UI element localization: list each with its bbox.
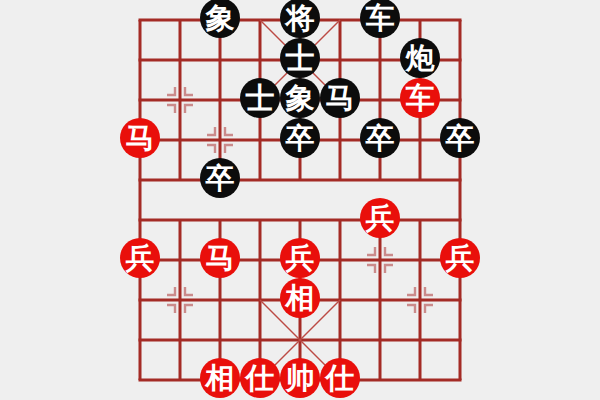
piece-black-cannon[interactable]: 炮 [400,38,440,78]
piece-red-soldier[interactable]: 兵 [120,238,160,278]
piece-glyph: 卒 [446,118,475,158]
piece-glyph: 相 [286,278,315,318]
piece-glyph: 仕 [326,358,355,398]
piece-black-soldier[interactable]: 卒 [360,118,400,158]
piece-red-advisor[interactable]: 仕 [240,358,280,398]
piece-glyph: 马 [206,238,235,278]
piece-black-elephant[interactable]: 象 [200,0,240,38]
piece-glyph: 象 [206,0,235,38]
piece-glyph: 士 [246,78,275,118]
piece-black-soldier[interactable]: 卒 [200,158,240,198]
piece-glyph: 卒 [366,118,395,158]
piece-glyph: 兵 [446,238,475,278]
piece-black-elephant[interactable]: 象 [280,78,320,118]
piece-glyph: 马 [326,78,355,118]
piece-glyph: 兵 [126,238,155,278]
piece-black-chariot[interactable]: 车 [360,0,400,38]
piece-red-advisor[interactable]: 仕 [320,358,360,398]
piece-glyph: 士 [286,38,315,78]
piece-glyph: 炮 [406,38,435,78]
piece-black-general[interactable]: 将 [280,0,320,38]
piece-red-elephant[interactable]: 相 [280,278,320,318]
piece-glyph: 卒 [206,158,235,198]
piece-red-horse[interactable]: 马 [200,238,240,278]
piece-glyph: 将 [286,0,315,38]
piece-red-chariot[interactable]: 车 [400,78,440,118]
piece-red-soldier[interactable]: 兵 [360,198,400,238]
pieces-layer: 象将车士炮士象马车马卒卒卒卒兵兵马兵兵相相仕帅仕 [0,0,600,400]
piece-glyph: 仕 [246,358,275,398]
piece-glyph: 马 [126,118,155,158]
piece-black-advisor[interactable]: 士 [280,38,320,78]
piece-black-horse[interactable]: 马 [320,78,360,118]
piece-glyph: 相 [206,358,235,398]
piece-glyph: 兵 [286,238,315,278]
piece-red-general[interactable]: 帅 [280,358,320,398]
piece-red-soldier[interactable]: 兵 [440,238,480,278]
piece-black-advisor[interactable]: 士 [240,78,280,118]
piece-glyph: 帅 [286,358,315,398]
piece-glyph: 车 [406,78,435,118]
piece-glyph: 卒 [286,118,315,158]
piece-black-soldier[interactable]: 卒 [280,118,320,158]
piece-red-soldier[interactable]: 兵 [280,238,320,278]
piece-black-soldier[interactable]: 卒 [440,118,480,158]
piece-glyph: 车 [366,0,395,38]
piece-red-horse[interactable]: 马 [120,118,160,158]
piece-glyph: 象 [286,78,315,118]
xiangqi-app: 象将车士炮士象马车马卒卒卒卒兵兵马兵兵相相仕帅仕 [0,0,600,400]
piece-glyph: 兵 [366,198,395,238]
piece-red-elephant[interactable]: 相 [200,358,240,398]
